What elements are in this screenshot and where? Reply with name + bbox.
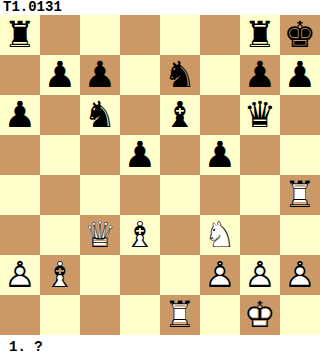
square-c3[interactable]: ♛♕ [80,215,120,255]
black-pawn: ♟ [124,135,156,175]
square-d5[interactable]: ♟ [120,135,160,175]
square-g1[interactable]: ♚♔ [240,295,280,335]
square-e5[interactable] [160,135,200,175]
square-b4[interactable] [40,175,80,215]
square-f2[interactable]: ♟♙ [200,255,240,295]
square-c8[interactable] [80,15,120,55]
move-prompt: 1. ? [0,335,320,360]
square-c1[interactable] [80,295,120,335]
square-b8[interactable] [40,15,80,55]
white-rook: ♜♖ [284,175,316,215]
square-h7[interactable]: ♟ [280,55,320,95]
square-a4[interactable] [0,175,40,215]
square-a2[interactable]: ♟♙ [0,255,40,295]
black-knight: ♞ [84,95,116,135]
square-e2[interactable] [160,255,200,295]
square-h3[interactable] [280,215,320,255]
square-e3[interactable] [160,215,200,255]
square-d6[interactable] [120,95,160,135]
square-e7[interactable]: ♞ [160,55,200,95]
square-d2[interactable] [120,255,160,295]
white-knight: ♞♘ [204,215,236,255]
square-c4[interactable] [80,175,120,215]
square-g2[interactable]: ♟♙ [240,255,280,295]
square-g3[interactable] [240,215,280,255]
white-king: ♚♔ [244,295,276,335]
black-pawn: ♟ [244,55,276,95]
square-e1[interactable]: ♜♖ [160,295,200,335]
black-bishop: ♝ [164,95,196,135]
square-c2[interactable] [80,255,120,295]
puzzle-title: T1.0131 [0,0,320,15]
white-pawn: ♟♙ [284,255,316,295]
black-pawn: ♟ [44,55,76,95]
black-knight: ♞ [164,55,196,95]
square-h6[interactable] [280,95,320,135]
square-f4[interactable] [200,175,240,215]
square-g5[interactable] [240,135,280,175]
white-queen: ♛♕ [84,215,116,255]
square-f3[interactable]: ♞♘ [200,215,240,255]
square-b1[interactable] [40,295,80,335]
square-c5[interactable] [80,135,120,175]
white-pawn: ♟♙ [4,255,36,295]
square-h5[interactable] [280,135,320,175]
black-rook: ♜ [4,15,36,55]
square-c7[interactable]: ♟ [80,55,120,95]
square-b5[interactable] [40,135,80,175]
square-h8[interactable]: ♚ [280,15,320,55]
square-e4[interactable] [160,175,200,215]
square-h1[interactable] [280,295,320,335]
white-rook: ♜♖ [164,295,196,335]
square-a6[interactable]: ♟ [0,95,40,135]
square-d8[interactable] [120,15,160,55]
square-f6[interactable] [200,95,240,135]
square-b7[interactable]: ♟ [40,55,80,95]
square-b3[interactable] [40,215,80,255]
square-d1[interactable] [120,295,160,335]
square-g7[interactable]: ♟ [240,55,280,95]
square-a8[interactable]: ♜ [0,15,40,55]
square-d4[interactable] [120,175,160,215]
white-bishop: ♝♗ [44,255,76,295]
square-b2[interactable]: ♝♗ [40,255,80,295]
black-queen: ♛ [244,95,276,135]
chess-board: ♜♜♚♟♟♞♟♟♟♞♝♛♟♟♜♖♛♕♝♗♞♘♟♙♝♗♟♙♟♙♟♙♜♖♚♔ [0,15,320,335]
square-b6[interactable] [40,95,80,135]
black-pawn: ♟ [204,135,236,175]
black-rook: ♜ [244,15,276,55]
square-e8[interactable] [160,15,200,55]
square-g4[interactable] [240,175,280,215]
black-pawn: ♟ [84,55,116,95]
black-pawn: ♟ [284,55,316,95]
black-pawn: ♟ [4,95,36,135]
square-a3[interactable] [0,215,40,255]
square-a1[interactable] [0,295,40,335]
square-a5[interactable] [0,135,40,175]
square-d7[interactable] [120,55,160,95]
square-e6[interactable]: ♝ [160,95,200,135]
square-h4[interactable]: ♜♖ [280,175,320,215]
square-g8[interactable]: ♜ [240,15,280,55]
square-f8[interactable] [200,15,240,55]
square-f5[interactable]: ♟ [200,135,240,175]
square-f7[interactable] [200,55,240,95]
white-pawn: ♟♙ [244,255,276,295]
square-h2[interactable]: ♟♙ [280,255,320,295]
square-g6[interactable]: ♛ [240,95,280,135]
white-pawn: ♟♙ [204,255,236,295]
white-bishop: ♝♗ [124,215,156,255]
square-d3[interactable]: ♝♗ [120,215,160,255]
square-f1[interactable] [200,295,240,335]
square-a7[interactable] [0,55,40,95]
black-king: ♚ [284,15,316,55]
square-c6[interactable]: ♞ [80,95,120,135]
